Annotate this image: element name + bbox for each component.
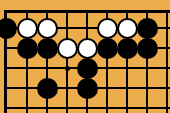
- black-stone: [137, 38, 158, 59]
- black-stone: [37, 78, 58, 99]
- white-stone: [117, 18, 138, 39]
- white-stone: [37, 18, 58, 39]
- board-line: [4, 107, 170, 109]
- black-stone: [37, 38, 58, 59]
- black-stone: [0, 18, 17, 39]
- black-stone: [77, 58, 98, 79]
- board-line: [166, 10, 168, 113]
- white-stone: [97, 18, 118, 39]
- go-board[interactable]: [0, 0, 170, 113]
- board-edge-line: [4, 10, 170, 13]
- board-line: [66, 10, 68, 113]
- white-stone: [77, 38, 98, 59]
- white-stone: [57, 38, 78, 59]
- black-stone: [97, 38, 118, 59]
- black-stone: [77, 78, 98, 99]
- star-point: [65, 66, 70, 71]
- go-diagram: [0, 0, 170, 113]
- white-stone: [17, 18, 38, 39]
- black-stone: [117, 38, 138, 59]
- black-stone: [137, 18, 158, 39]
- black-stone: [17, 38, 38, 59]
